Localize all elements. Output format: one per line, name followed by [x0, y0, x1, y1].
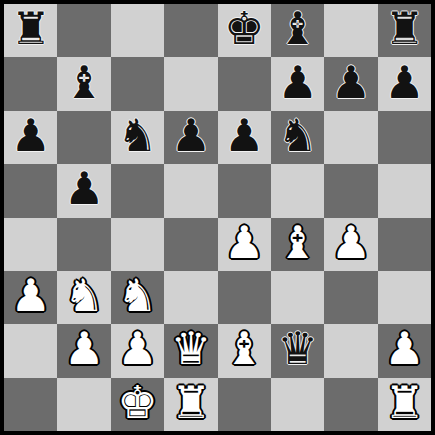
square-c6[interactable]: ♞ — [111, 111, 164, 164]
square-d5[interactable] — [164, 164, 217, 217]
square-b5[interactable]: ♟ — [57, 164, 110, 217]
square-f5[interactable] — [271, 164, 324, 217]
white-rook-piece[interactable]: ♜ — [384, 380, 424, 425]
black-pawn-piece[interactable]: ♟ — [171, 113, 211, 158]
white-bishop-piece[interactable]: ♝ — [224, 326, 264, 371]
square-f7[interactable]: ♟ — [271, 57, 324, 110]
square-g8[interactable] — [324, 4, 377, 57]
square-h6[interactable] — [378, 111, 431, 164]
black-bishop-piece[interactable]: ♝ — [64, 60, 104, 105]
square-a5[interactable] — [4, 164, 57, 217]
black-pawn-piece[interactable]: ♟ — [384, 60, 424, 105]
square-d4[interactable] — [164, 218, 217, 271]
square-c1[interactable]: ♚ — [111, 378, 164, 431]
square-b6[interactable] — [57, 111, 110, 164]
square-h5[interactable] — [378, 164, 431, 217]
square-h1[interactable]: ♜ — [378, 378, 431, 431]
square-b1[interactable] — [57, 378, 110, 431]
square-b7[interactable]: ♝ — [57, 57, 110, 110]
white-bishop-piece[interactable]: ♝ — [277, 220, 317, 265]
white-pawn-piece[interactable]: ♟ — [384, 326, 424, 371]
square-e4[interactable]: ♟ — [218, 218, 271, 271]
black-pawn-piece[interactable]: ♟ — [277, 60, 317, 105]
white-knight-piece[interactable]: ♞ — [64, 273, 104, 318]
square-f6[interactable]: ♞ — [271, 111, 324, 164]
square-g2[interactable] — [324, 324, 377, 377]
white-knight-piece[interactable]: ♞ — [117, 273, 157, 318]
square-g7[interactable]: ♟ — [324, 57, 377, 110]
square-h7[interactable]: ♟ — [378, 57, 431, 110]
square-c3[interactable]: ♞ — [111, 271, 164, 324]
square-d7[interactable] — [164, 57, 217, 110]
square-h3[interactable] — [378, 271, 431, 324]
square-c5[interactable] — [111, 164, 164, 217]
square-h4[interactable] — [378, 218, 431, 271]
square-a4[interactable] — [4, 218, 57, 271]
square-e8[interactable]: ♚ — [218, 4, 271, 57]
white-king-piece[interactable]: ♚ — [117, 380, 157, 425]
square-e1[interactable] — [218, 378, 271, 431]
square-a2[interactable] — [4, 324, 57, 377]
square-g1[interactable] — [324, 378, 377, 431]
square-h8[interactable]: ♜ — [378, 4, 431, 57]
square-b8[interactable] — [57, 4, 110, 57]
square-e5[interactable] — [218, 164, 271, 217]
black-bishop-piece[interactable]: ♝ — [277, 6, 317, 51]
square-b3[interactable]: ♞ — [57, 271, 110, 324]
square-f4[interactable]: ♝ — [271, 218, 324, 271]
square-a8[interactable]: ♜ — [4, 4, 57, 57]
square-d8[interactable] — [164, 4, 217, 57]
square-a6[interactable]: ♟ — [4, 111, 57, 164]
square-a7[interactable] — [4, 57, 57, 110]
black-pawn-piece[interactable]: ♟ — [331, 60, 371, 105]
white-pawn-piece[interactable]: ♟ — [64, 326, 104, 371]
white-pawn-piece[interactable]: ♟ — [117, 326, 157, 371]
white-queen-piece[interactable]: ♛ — [171, 326, 211, 371]
square-d6[interactable]: ♟ — [164, 111, 217, 164]
white-pawn-piece[interactable]: ♟ — [224, 220, 264, 265]
square-c4[interactable] — [111, 218, 164, 271]
black-pawn-piece[interactable]: ♟ — [11, 113, 51, 158]
square-a1[interactable] — [4, 378, 57, 431]
square-g4[interactable]: ♟ — [324, 218, 377, 271]
square-e6[interactable]: ♟ — [218, 111, 271, 164]
square-e3[interactable] — [218, 271, 271, 324]
white-pawn-piece[interactable]: ♟ — [331, 220, 371, 265]
square-g5[interactable] — [324, 164, 377, 217]
black-knight-piece[interactable]: ♞ — [277, 113, 317, 158]
square-b4[interactable] — [57, 218, 110, 271]
black-pawn-piece[interactable]: ♟ — [64, 166, 104, 211]
square-e2[interactable]: ♝ — [218, 324, 271, 377]
square-g3[interactable] — [324, 271, 377, 324]
square-f3[interactable] — [271, 271, 324, 324]
square-b2[interactable]: ♟ — [57, 324, 110, 377]
square-e7[interactable] — [218, 57, 271, 110]
black-rook-piece[interactable]: ♜ — [11, 6, 51, 51]
square-f2[interactable]: ♛ — [271, 324, 324, 377]
square-c2[interactable]: ♟ — [111, 324, 164, 377]
square-d1[interactable]: ♜ — [164, 378, 217, 431]
square-c8[interactable] — [111, 4, 164, 57]
black-pawn-piece[interactable]: ♟ — [224, 113, 264, 158]
square-d2[interactable]: ♛ — [164, 324, 217, 377]
chess-board-frame: ♜♚♝♜♝♟♟♟♟♞♟♟♞♟♟♝♟♟♞♞♟♟♛♝♛♟♚♜♜ — [0, 0, 435, 435]
black-rook-piece[interactable]: ♜ — [384, 6, 424, 51]
black-king-piece[interactable]: ♚ — [224, 6, 264, 51]
black-queen-piece[interactable]: ♛ — [277, 326, 317, 371]
white-pawn-piece[interactable]: ♟ — [11, 273, 51, 318]
square-a3[interactable]: ♟ — [4, 271, 57, 324]
square-f8[interactable]: ♝ — [271, 4, 324, 57]
square-d3[interactable] — [164, 271, 217, 324]
black-knight-piece[interactable]: ♞ — [117, 113, 157, 158]
square-g6[interactable] — [324, 111, 377, 164]
chess-board: ♜♚♝♜♝♟♟♟♟♞♟♟♞♟♟♝♟♟♞♞♟♟♛♝♛♟♚♜♜ — [4, 4, 431, 431]
square-f1[interactable] — [271, 378, 324, 431]
square-h2[interactable]: ♟ — [378, 324, 431, 377]
white-rook-piece[interactable]: ♜ — [171, 380, 211, 425]
square-c7[interactable] — [111, 57, 164, 110]
